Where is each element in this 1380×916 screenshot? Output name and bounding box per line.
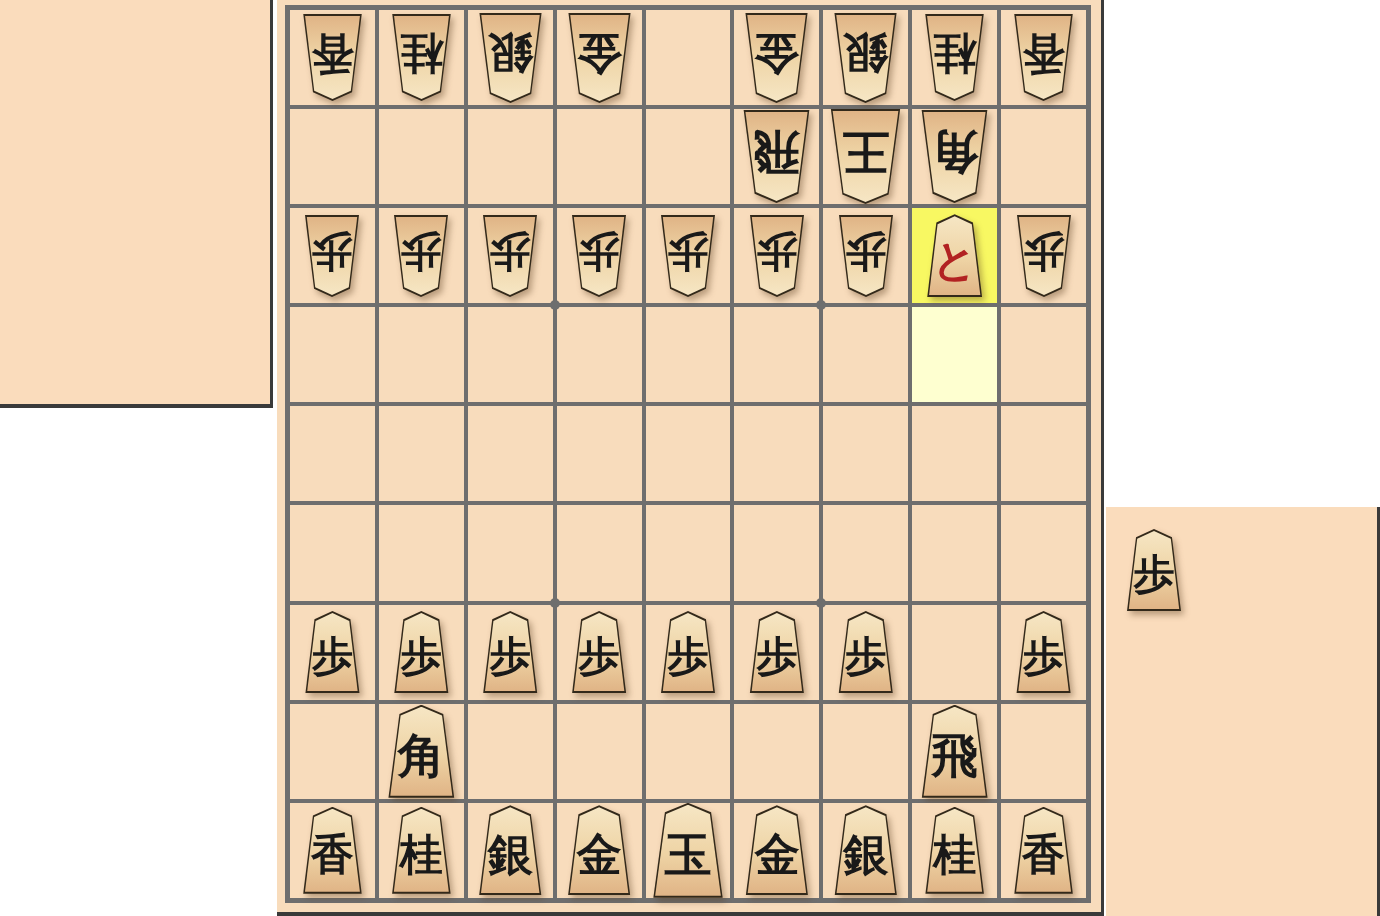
board-square-5d[interactable] xyxy=(646,307,731,402)
piece-sente-gold[interactable]: 金 xyxy=(742,805,811,895)
piece-kanji: 玉 xyxy=(665,823,712,878)
piece-body: 歩 xyxy=(749,613,805,691)
star-point xyxy=(816,300,826,310)
board-square-9d[interactable] xyxy=(290,307,375,402)
board-square-7b[interactable] xyxy=(468,109,553,204)
piece-kanji: 歩 xyxy=(756,628,797,677)
piece-shape: 歩 xyxy=(1124,529,1184,611)
board-square-3f[interactable] xyxy=(823,505,908,600)
board-square-3i[interactable]: 銀 xyxy=(823,803,908,898)
piece-kanji: 銀 xyxy=(488,31,533,84)
piece-body: 銀 xyxy=(478,15,543,101)
board-area: 香桂銀金金銀桂香飛王角歩歩歩歩歩歩歩と歩歩歩歩歩歩歩歩歩角飛香桂銀金玉金銀桂香 xyxy=(285,5,1091,903)
piece-kanji: 金 xyxy=(577,824,622,877)
piece-body: 桂 xyxy=(391,16,452,99)
piece-kanji: 歩 xyxy=(1023,628,1064,677)
piece-kanji: 香 xyxy=(1022,32,1065,83)
piece-gote-knight[interactable]: 桂 xyxy=(389,14,454,101)
piece-kanji: 飛 xyxy=(931,724,978,779)
piece-kanji: 歩 xyxy=(668,231,709,280)
board-square-4e[interactable] xyxy=(734,406,819,501)
board-square-7g[interactable]: 歩 xyxy=(468,605,553,700)
piece-body: 歩 xyxy=(393,217,449,295)
piece-gote-pawn[interactable]: 歩 xyxy=(391,215,451,297)
piece-shape: 香 xyxy=(300,14,365,101)
piece-sente-knight[interactable]: 桂 xyxy=(389,807,454,894)
piece-sente-silver[interactable]: 銀 xyxy=(476,805,545,895)
board-square-4d[interactable] xyxy=(734,307,819,402)
piece-body: 玉 xyxy=(652,805,725,896)
board-square-7i[interactable]: 銀 xyxy=(468,803,553,898)
board-square-6e[interactable] xyxy=(557,406,642,501)
piece-body: 銀 xyxy=(833,807,898,893)
piece-sente-pawn[interactable]: 歩 xyxy=(569,611,629,693)
piece-shape: 歩 xyxy=(480,611,540,693)
star-point xyxy=(550,300,560,310)
piece-body: 銀 xyxy=(478,807,543,893)
piece-body: 銀 xyxy=(833,15,898,101)
piece-gote-pawn[interactable]: 歩 xyxy=(658,215,718,297)
piece-kanji: と xyxy=(932,230,977,282)
piece-body: 歩 xyxy=(304,217,360,295)
board-square-1g[interactable]: 歩 xyxy=(1001,605,1086,700)
piece-sente-knight[interactable]: 桂 xyxy=(922,807,987,894)
board-square-4b[interactable]: 飛 xyxy=(734,109,819,204)
board-square-9b[interactable] xyxy=(290,109,375,204)
board-square-3a[interactable]: 銀 xyxy=(823,10,908,105)
piece-gote-lance[interactable]: 香 xyxy=(1011,14,1076,101)
piece-gote-silver[interactable]: 銀 xyxy=(831,13,900,103)
board-square-2c[interactable]: と xyxy=(912,208,997,303)
piece-shape: 歩 xyxy=(569,611,629,693)
board-square-2b[interactable]: 角 xyxy=(912,109,997,204)
piece-shape: 歩 xyxy=(569,215,629,297)
piece-body: と xyxy=(926,216,983,295)
piece-kanji: 歩 xyxy=(490,231,531,280)
piece-kanji: 歩 xyxy=(579,231,620,280)
piece-gote-king[interactable]: 王 xyxy=(827,109,904,204)
piece-sente-rook[interactable]: 飛 xyxy=(918,705,991,798)
piece-body: 金 xyxy=(744,15,809,101)
piece-shape: 香 xyxy=(1011,14,1076,101)
piece-body: 飛 xyxy=(742,112,811,201)
piece-kanji: 飛 xyxy=(753,129,800,184)
piece-body: 香 xyxy=(302,809,363,892)
piece-kanji: 歩 xyxy=(312,231,353,280)
piece-body: 歩 xyxy=(1016,217,1072,295)
piece-shape: 歩 xyxy=(302,215,362,297)
board-square-5f[interactable] xyxy=(646,505,731,600)
piece-body: 歩 xyxy=(1126,531,1182,609)
piece-body: 歩 xyxy=(571,613,627,691)
piece-sente-pawn[interactable]: 歩 xyxy=(391,611,451,693)
board-square-8a[interactable]: 桂 xyxy=(379,10,464,105)
board-square-8i[interactable]: 桂 xyxy=(379,803,464,898)
piece-gote-pawn[interactable]: 歩 xyxy=(836,215,896,297)
piece-sente-silver[interactable]: 銀 xyxy=(831,805,900,895)
piece-kanji: 桂 xyxy=(933,32,976,83)
board-square-4a[interactable]: 金 xyxy=(734,10,819,105)
piece-shape: 角 xyxy=(385,705,458,798)
board-square-2d[interactable] xyxy=(912,307,997,402)
board-square-9i[interactable]: 香 xyxy=(290,803,375,898)
board-square-1b[interactable] xyxy=(1001,109,1086,204)
piece-body: 歩 xyxy=(838,217,894,295)
piece-sente-lance[interactable]: 香 xyxy=(300,807,365,894)
piece-body: 金 xyxy=(567,807,632,893)
piece-sente-lance[interactable]: 香 xyxy=(1011,807,1076,894)
board-square-9h[interactable] xyxy=(290,704,375,799)
piece-shape: 金 xyxy=(565,13,634,103)
board-square-3d[interactable] xyxy=(823,307,908,402)
board-square-7f[interactable] xyxy=(468,505,553,600)
piece-kanji: 金 xyxy=(577,31,622,84)
piece-kanji: 香 xyxy=(311,825,354,876)
piece-gote-silver[interactable]: 銀 xyxy=(476,13,545,103)
star-point xyxy=(816,598,826,608)
piece-body: 角 xyxy=(920,112,989,201)
piece-shape: 飛 xyxy=(918,705,991,798)
piece-body: 金 xyxy=(567,15,632,101)
board-square-8g[interactable]: 歩 xyxy=(379,605,464,700)
piece-shape: 金 xyxy=(742,805,811,895)
piece-body: 桂 xyxy=(391,809,452,892)
piece-kanji: 香 xyxy=(1022,825,1065,876)
piece-gote-pawn[interactable]: 歩 xyxy=(480,215,540,297)
board-square-5h[interactable] xyxy=(646,704,731,799)
piece-gote-gold[interactable]: 金 xyxy=(565,13,634,103)
board-square-7h[interactable] xyxy=(468,704,553,799)
piece-kanji: 歩 xyxy=(1023,231,1064,280)
piece-shape: 金 xyxy=(742,13,811,103)
piece-kanji: 歩 xyxy=(756,231,797,280)
board-square-9a[interactable]: 香 xyxy=(290,10,375,105)
board-square-6c[interactable]: 歩 xyxy=(557,208,642,303)
board-square-5e[interactable] xyxy=(646,406,731,501)
piece-shape: 歩 xyxy=(658,611,718,693)
piece-body: 歩 xyxy=(660,217,716,295)
board-square-6g[interactable]: 歩 xyxy=(557,605,642,700)
board-square-5i[interactable]: 玉 xyxy=(646,803,731,898)
piece-body: 香 xyxy=(1013,809,1074,892)
piece-kanji: 桂 xyxy=(400,825,443,876)
piece-shape: と xyxy=(924,214,985,297)
board-square-5c[interactable]: 歩 xyxy=(646,208,731,303)
piece-shape: 歩 xyxy=(836,215,896,297)
piece-shape: 銀 xyxy=(831,805,900,895)
star-point xyxy=(550,598,560,608)
piece-shape: 玉 xyxy=(650,803,727,898)
piece-body: 飛 xyxy=(920,707,989,796)
board-square-8f[interactable] xyxy=(379,505,464,600)
board-square-3b[interactable]: 王 xyxy=(823,109,908,204)
piece-gote-pawn[interactable]: 歩 xyxy=(302,215,362,297)
board-square-6a[interactable]: 金 xyxy=(557,10,642,105)
piece-sente-pawn[interactable]: 歩 xyxy=(1124,529,1184,611)
board-square-3g[interactable]: 歩 xyxy=(823,605,908,700)
piece-kanji: 角 xyxy=(398,724,445,779)
piece-sente-pawn[interactable]: 歩 xyxy=(480,611,540,693)
piece-body: 角 xyxy=(387,707,456,796)
piece-sente-pawn[interactable]: 歩 xyxy=(302,611,362,693)
board-square-6d[interactable] xyxy=(557,307,642,402)
board-square-8e[interactable] xyxy=(379,406,464,501)
piece-kanji: 歩 xyxy=(490,628,531,677)
board-square-5a[interactable] xyxy=(646,10,731,105)
board-square-8h[interactable]: 角 xyxy=(379,704,464,799)
piece-kanji: 香 xyxy=(311,32,354,83)
piece-shape: 桂 xyxy=(922,807,987,894)
board-square-2e[interactable] xyxy=(912,406,997,501)
piece-body: 歩 xyxy=(838,613,894,691)
piece-sente-tokin[interactable]: と xyxy=(924,214,985,297)
board-square-5b[interactable] xyxy=(646,109,731,204)
board-square-8d[interactable] xyxy=(379,307,464,402)
board-square-1e[interactable] xyxy=(1001,406,1086,501)
board-square-6f[interactable] xyxy=(557,505,642,600)
board-square-7e[interactable] xyxy=(468,406,553,501)
board-square-8b[interactable] xyxy=(379,109,464,204)
piece-kanji: 歩 xyxy=(668,628,709,677)
piece-sente-pawn[interactable]: 歩 xyxy=(1014,611,1074,693)
board-square-2g[interactable] xyxy=(912,605,997,700)
piece-sente-king[interactable]: 玉 xyxy=(650,803,727,898)
board-square-2h[interactable]: 飛 xyxy=(912,704,997,799)
board-square-4c[interactable]: 歩 xyxy=(734,208,819,303)
sente-hand-tray: 歩 xyxy=(1106,507,1380,916)
piece-kanji: 銀 xyxy=(843,31,888,84)
piece-kanji: 歩 xyxy=(845,628,886,677)
board-square-4f[interactable] xyxy=(734,505,819,600)
board-square-6h[interactable] xyxy=(557,704,642,799)
board-square-7a[interactable]: 銀 xyxy=(468,10,553,105)
piece-kanji: 桂 xyxy=(933,825,976,876)
piece-shape: 飛 xyxy=(740,110,813,203)
piece-shape: 銀 xyxy=(831,13,900,103)
board-square-4h[interactable] xyxy=(734,704,819,799)
board-square-1a[interactable]: 香 xyxy=(1001,10,1086,105)
piece-shape: 歩 xyxy=(480,215,540,297)
board-square-1h[interactable] xyxy=(1001,704,1086,799)
board-square-9c[interactable]: 歩 xyxy=(290,208,375,303)
piece-shape: 歩 xyxy=(658,215,718,297)
piece-body: 王 xyxy=(829,111,902,202)
board-square-3h[interactable] xyxy=(823,704,908,799)
piece-shape: 歩 xyxy=(747,611,807,693)
piece-sente-pawn[interactable]: 歩 xyxy=(836,611,896,693)
board-square-7d[interactable] xyxy=(468,307,553,402)
board-square-1i[interactable]: 香 xyxy=(1001,803,1086,898)
piece-shape: 歩 xyxy=(1014,611,1074,693)
piece-shape: 歩 xyxy=(302,611,362,693)
piece-shape: 香 xyxy=(300,807,365,894)
piece-body: 香 xyxy=(302,16,363,99)
board-square-9e[interactable] xyxy=(290,406,375,501)
board-square-1f[interactable] xyxy=(1001,505,1086,600)
board-square-9f[interactable] xyxy=(290,505,375,600)
piece-shape: 銀 xyxy=(476,13,545,103)
board-square-8c[interactable]: 歩 xyxy=(379,208,464,303)
board-square-6b[interactable] xyxy=(557,109,642,204)
piece-gote-lance[interactable]: 香 xyxy=(300,14,365,101)
piece-kanji: 金 xyxy=(754,31,799,84)
piece-kanji: 桂 xyxy=(400,32,443,83)
piece-gote-pawn[interactable]: 歩 xyxy=(1014,215,1074,297)
piece-sente-bishop[interactable]: 角 xyxy=(385,705,458,798)
piece-kanji: 歩 xyxy=(401,628,442,677)
piece-sente-gold[interactable]: 金 xyxy=(565,805,634,895)
board-square-2a[interactable]: 桂 xyxy=(912,10,997,105)
board-grid: 香桂銀金金銀桂香飛王角歩歩歩歩歩歩歩と歩歩歩歩歩歩歩歩歩角飛香桂銀金玉金銀桂香 xyxy=(285,5,1091,903)
board-square-4i[interactable]: 金 xyxy=(734,803,819,898)
board-square-9g[interactable]: 歩 xyxy=(290,605,375,700)
board-square-2f[interactable] xyxy=(912,505,997,600)
board-square-5g[interactable]: 歩 xyxy=(646,605,731,700)
gote-hand-tray xyxy=(0,0,273,408)
piece-body: 歩 xyxy=(482,613,538,691)
piece-kanji: 歩 xyxy=(845,231,886,280)
board-square-2i[interactable]: 桂 xyxy=(912,803,997,898)
piece-body: 金 xyxy=(744,807,809,893)
piece-sente-pawn[interactable]: 歩 xyxy=(747,611,807,693)
piece-shape: 歩 xyxy=(391,611,451,693)
piece-gote-gold[interactable]: 金 xyxy=(742,13,811,103)
piece-shape: 銀 xyxy=(476,805,545,895)
piece-gote-rook[interactable]: 飛 xyxy=(740,110,813,203)
piece-shape: 角 xyxy=(918,110,991,203)
piece-body: 歩 xyxy=(393,613,449,691)
piece-shape: 歩 xyxy=(391,215,451,297)
piece-gote-bishop[interactable]: 角 xyxy=(918,110,991,203)
piece-shape: 桂 xyxy=(389,807,454,894)
piece-gote-pawn[interactable]: 歩 xyxy=(569,215,629,297)
piece-body: 香 xyxy=(1013,16,1074,99)
piece-kanji: 銀 xyxy=(843,824,888,877)
piece-body: 歩 xyxy=(304,613,360,691)
piece-kanji: 歩 xyxy=(401,231,442,280)
shogi-app-screen: 香桂銀金金銀桂香飛王角歩歩歩歩歩歩歩と歩歩歩歩歩歩歩歩歩角飛香桂銀金玉金銀桂香 … xyxy=(0,0,1380,916)
board-square-4g[interactable]: 歩 xyxy=(734,605,819,700)
piece-kanji: 歩 xyxy=(1134,546,1175,595)
piece-shape: 金 xyxy=(565,805,634,895)
board-square-6i[interactable]: 金 xyxy=(557,803,642,898)
board-square-1c[interactable]: 歩 xyxy=(1001,208,1086,303)
piece-kanji: 王 xyxy=(842,129,889,184)
piece-shape: 歩 xyxy=(747,215,807,297)
piece-shape: 桂 xyxy=(389,14,454,101)
piece-body: 桂 xyxy=(924,809,985,892)
board-square-7c[interactable]: 歩 xyxy=(468,208,553,303)
piece-kanji: 歩 xyxy=(312,628,353,677)
piece-body: 歩 xyxy=(660,613,716,691)
piece-body: 歩 xyxy=(749,217,805,295)
board-square-3e[interactable] xyxy=(823,406,908,501)
piece-shape: 歩 xyxy=(1014,215,1074,297)
piece-shape: 桂 xyxy=(922,14,987,101)
piece-gote-pawn[interactable]: 歩 xyxy=(747,215,807,297)
board-square-3c[interactable]: 歩 xyxy=(823,208,908,303)
piece-body: 歩 xyxy=(1016,613,1072,691)
piece-sente-pawn[interactable]: 歩 xyxy=(658,611,718,693)
piece-body: 歩 xyxy=(482,217,538,295)
piece-kanji: 金 xyxy=(754,824,799,877)
piece-kanji: 銀 xyxy=(488,824,533,877)
piece-shape: 歩 xyxy=(836,611,896,693)
piece-kanji: 角 xyxy=(931,129,978,184)
piece-body: 桂 xyxy=(924,16,985,99)
board-square-1d[interactable] xyxy=(1001,307,1086,402)
piece-body: 歩 xyxy=(571,217,627,295)
piece-shape: 香 xyxy=(1011,807,1076,894)
piece-kanji: 歩 xyxy=(579,628,620,677)
piece-shape: 王 xyxy=(827,109,904,204)
piece-gote-knight[interactable]: 桂 xyxy=(922,14,987,101)
shogi-board-panel: 香桂銀金金銀桂香飛王角歩歩歩歩歩歩歩と歩歩歩歩歩歩歩歩歩角飛香桂銀金玉金銀桂香 xyxy=(277,0,1104,916)
